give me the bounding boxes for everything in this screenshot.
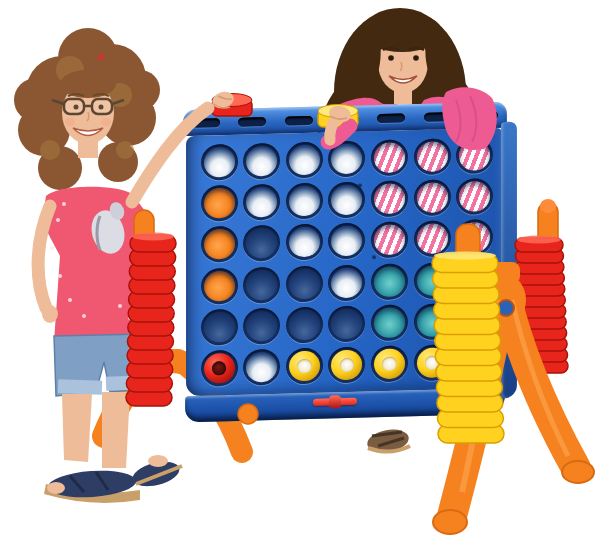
rail-slot bbox=[331, 114, 359, 124]
empty-hole bbox=[289, 227, 320, 258]
empty-hole bbox=[246, 352, 277, 383]
empty-hole bbox=[459, 305, 490, 336]
rail-slot bbox=[470, 110, 498, 120]
cell-r6c1 bbox=[201, 350, 238, 387]
empty-hole bbox=[289, 144, 320, 175]
empty-hole bbox=[331, 309, 362, 340]
cell-r5c2 bbox=[243, 308, 280, 345]
cell-r4c3 bbox=[286, 265, 323, 302]
cell-r2c1 bbox=[201, 185, 238, 222]
left-red-stack bbox=[126, 233, 176, 407]
empty-hole bbox=[374, 266, 405, 297]
empty-hole bbox=[246, 269, 277, 300]
cell-r1c5 bbox=[371, 139, 408, 176]
cell-r5c6 bbox=[414, 303, 451, 340]
empty-hole bbox=[246, 228, 277, 259]
rail-slot bbox=[377, 113, 405, 123]
connect-four-board bbox=[186, 102, 504, 422]
board-face bbox=[186, 128, 504, 396]
cell-r4c5 bbox=[371, 263, 408, 300]
product-photo-scene bbox=[0, 0, 600, 545]
cell-r6c3 bbox=[286, 348, 323, 385]
cell-r3c4 bbox=[328, 223, 365, 260]
cell-r2c3 bbox=[286, 183, 323, 220]
empty-hole bbox=[417, 306, 448, 337]
cell-r3c2 bbox=[243, 225, 280, 262]
board-side-panel bbox=[501, 120, 517, 399]
rail-slot bbox=[285, 115, 313, 125]
empty-hole bbox=[289, 268, 320, 299]
cell-r3c1 bbox=[201, 226, 238, 263]
cell-r3c5 bbox=[371, 222, 408, 259]
empty-hole bbox=[289, 310, 320, 341]
cell-r4c1 bbox=[201, 267, 238, 304]
empty-hole bbox=[417, 224, 448, 255]
cell-r5c1 bbox=[201, 309, 238, 346]
cell-r4c7 bbox=[456, 261, 493, 298]
cell-r3c3 bbox=[286, 224, 323, 261]
empty-hole bbox=[417, 182, 448, 213]
empty-hole bbox=[246, 145, 277, 176]
cell-r1c6 bbox=[414, 138, 451, 175]
empty-hole bbox=[331, 226, 362, 257]
yellow-disc bbox=[459, 347, 490, 378]
empty-hole bbox=[374, 142, 405, 173]
empty-hole bbox=[246, 311, 277, 342]
empty-hole bbox=[459, 140, 490, 171]
empty-hole bbox=[459, 181, 490, 212]
hair-clip bbox=[98, 54, 104, 60]
empty-hole bbox=[289, 186, 320, 217]
release-handle bbox=[313, 398, 357, 406]
cell-r1c7 bbox=[456, 137, 493, 174]
cell-r6c5 bbox=[371, 346, 408, 383]
cell-r2c6 bbox=[414, 179, 451, 216]
empty-hole bbox=[459, 222, 490, 253]
cell-r6c6 bbox=[414, 345, 451, 382]
empty-hole bbox=[204, 312, 235, 343]
empty-hole bbox=[417, 141, 448, 172]
right-child-sandal bbox=[365, 427, 410, 456]
rail-slot bbox=[424, 112, 452, 122]
cell-r2c7 bbox=[456, 178, 493, 215]
red-disc bbox=[204, 353, 235, 384]
cell-r4c4 bbox=[328, 264, 365, 301]
empty-hole bbox=[246, 187, 277, 218]
cell-r1c2 bbox=[243, 142, 280, 179]
cell-r2c2 bbox=[243, 184, 280, 221]
cell-r5c5 bbox=[371, 304, 408, 341]
cell-r2c5 bbox=[371, 180, 408, 217]
empty-hole bbox=[331, 267, 362, 298]
empty-hole bbox=[204, 188, 235, 219]
yellow-disc bbox=[374, 349, 405, 380]
cell-r6c7 bbox=[456, 343, 493, 380]
cell-r4c6 bbox=[414, 262, 451, 299]
empty-hole bbox=[374, 307, 405, 338]
empty-hole bbox=[331, 143, 362, 174]
cell-r4c2 bbox=[243, 266, 280, 303]
cell-r5c3 bbox=[286, 307, 323, 344]
cell-r1c3 bbox=[286, 141, 323, 178]
cell-r1c1 bbox=[201, 143, 238, 180]
yellow-disc bbox=[417, 348, 448, 379]
empty-hole bbox=[374, 225, 405, 256]
cell-r3c6 bbox=[414, 221, 451, 258]
cell-r6c4 bbox=[328, 347, 365, 384]
cell-r5c7 bbox=[456, 302, 493, 339]
cell-r6c2 bbox=[243, 349, 280, 386]
board-grid bbox=[186, 128, 504, 396]
empty-hole bbox=[459, 264, 490, 295]
cell-r1c4 bbox=[328, 140, 365, 177]
empty-hole bbox=[204, 147, 235, 178]
yellow-disc bbox=[289, 351, 320, 382]
rail-slot bbox=[238, 117, 266, 127]
cell-r5c4 bbox=[328, 305, 365, 342]
empty-hole bbox=[204, 229, 235, 260]
rail-slot bbox=[192, 118, 220, 128]
empty-hole bbox=[331, 185, 362, 216]
yellow-disc bbox=[331, 350, 362, 381]
cell-r3c7 bbox=[456, 219, 493, 256]
empty-hole bbox=[374, 183, 405, 214]
release-handle-knob bbox=[329, 395, 341, 408]
empty-hole bbox=[417, 265, 448, 296]
empty-hole bbox=[204, 271, 235, 302]
